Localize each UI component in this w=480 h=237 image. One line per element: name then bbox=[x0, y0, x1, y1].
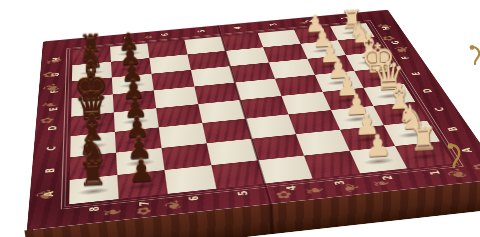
rank-label-back-1: 1 bbox=[336, 14, 352, 20]
chess-set-photo: 8877665544332211HHGGFFEEDDCCBBAA ❧✿❦❧✿❦❧… bbox=[0, 0, 480, 237]
piece-white-pawn-a2[interactable]: ♟ bbox=[352, 130, 403, 162]
rank-label-back-5: 5 bbox=[194, 28, 209, 34]
rank-label-back-3: 3 bbox=[265, 21, 281, 27]
piece-black-pawn-a7[interactable]: ♟ bbox=[115, 154, 167, 186]
piece-white-rook-a1[interactable]: ♜ bbox=[398, 123, 449, 157]
floral-engraving-icon: ❧ bbox=[374, 21, 394, 29]
brass-hinge-icon bbox=[468, 44, 480, 66]
floral-engraving-icon: ✿ bbox=[143, 35, 153, 39]
floral-engraving-icon: ❦ bbox=[393, 45, 410, 53]
rank-label-back-6: 6 bbox=[157, 31, 172, 38]
rank-label-back-4: 4 bbox=[230, 24, 245, 30]
brass-clasp-icon bbox=[446, 142, 462, 170]
rank-label-back-7: 7 bbox=[121, 34, 135, 41]
piece-black-rook-a8[interactable]: ♜ bbox=[67, 156, 119, 191]
rank-label-back-8: 8 bbox=[84, 38, 98, 45]
floral-engraving-icon: ❦ bbox=[298, 20, 309, 24]
chess-board: 8877665544332211HHGGFFEEDDCCBBAA ❧✿❦❧✿❦❧… bbox=[27, 9, 480, 229]
